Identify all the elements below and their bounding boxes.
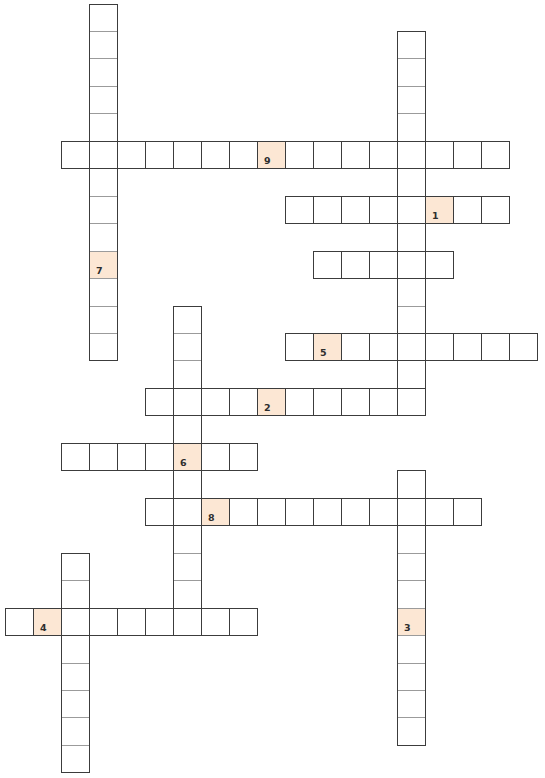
- clue-number-label: 1: [432, 211, 439, 221]
- grid-cell[interactable]: [145, 141, 174, 169]
- grid-cell[interactable]: [173, 608, 202, 636]
- grid-cell[interactable]: [397, 717, 426, 746]
- grid-cell[interactable]: [5, 608, 34, 636]
- grid-cell[interactable]: [173, 415, 202, 444]
- grid-cell[interactable]: [425, 333, 454, 361]
- grid-cell[interactable]: [313, 388, 342, 416]
- numbered-cell[interactable]: 3: [397, 608, 426, 636]
- grid-cell[interactable]: [313, 251, 342, 279]
- grid-cell[interactable]: [425, 141, 454, 169]
- grid-cell[interactable]: [285, 388, 314, 416]
- grid-cell[interactable]: [341, 141, 370, 169]
- clue-number-label: 7: [96, 266, 103, 276]
- grid-cell[interactable]: [173, 141, 202, 169]
- grid-cell[interactable]: [369, 251, 398, 279]
- grid-cell[interactable]: [173, 388, 202, 416]
- grid-cell[interactable]: [61, 745, 90, 773]
- grid-cell[interactable]: [397, 251, 426, 279]
- grid-cell[interactable]: [61, 141, 90, 169]
- grid-cell[interactable]: [173, 333, 202, 361]
- grid-cell[interactable]: [397, 306, 426, 334]
- grid-cell[interactable]: [397, 360, 426, 389]
- grid-cell[interactable]: [89, 168, 118, 197]
- numbered-cell[interactable]: 6: [173, 443, 202, 471]
- clue-number-label: 5: [320, 348, 327, 358]
- grid-cell[interactable]: [425, 251, 454, 279]
- grid-cell[interactable]: [89, 113, 118, 142]
- grid-cell[interactable]: [145, 388, 174, 416]
- grid-cell[interactable]: [61, 717, 90, 746]
- grid-cell[interactable]: [89, 306, 118, 334]
- grid-cell[interactable]: [397, 58, 426, 87]
- clue-number-label: 2: [264, 403, 271, 413]
- grid-cell[interactable]: [453, 333, 482, 361]
- grid-cell[interactable]: [117, 141, 146, 169]
- grid-cell[interactable]: [341, 196, 370, 224]
- grid-cell[interactable]: [89, 4, 118, 32]
- crossword-board: 917526843: [0, 0, 545, 778]
- grid-cell[interactable]: [285, 333, 314, 361]
- grid-cell[interactable]: [201, 608, 230, 636]
- grid-cell[interactable]: [61, 690, 90, 718]
- grid-cell[interactable]: [313, 498, 342, 526]
- grid-cell[interactable]: [397, 470, 426, 499]
- grid-cell[interactable]: [173, 470, 202, 499]
- grid-cell[interactable]: [397, 223, 426, 252]
- grid-cell[interactable]: [369, 333, 398, 361]
- grid-cell[interactable]: [481, 333, 510, 361]
- grid-cell[interactable]: [145, 498, 174, 526]
- grid-cell[interactable]: [313, 141, 342, 169]
- grid-cell[interactable]: [397, 141, 426, 169]
- grid-cell[interactable]: [229, 608, 258, 636]
- grid-cell[interactable]: [145, 443, 174, 471]
- grid-cell[interactable]: [397, 196, 426, 224]
- grid-cell[interactable]: [89, 196, 118, 224]
- grid-cell[interactable]: [397, 525, 426, 554]
- grid-cell[interactable]: [89, 58, 118, 87]
- grid-cell[interactable]: [397, 663, 426, 691]
- numbered-cell[interactable]: 8: [201, 498, 230, 526]
- grid-cell[interactable]: [173, 306, 202, 334]
- grid-cell[interactable]: [61, 608, 90, 636]
- grid-cell[interactable]: [397, 113, 426, 142]
- grid-cell[interactable]: [397, 498, 426, 526]
- grid-cell[interactable]: [369, 498, 398, 526]
- grid-cell[interactable]: [509, 333, 538, 361]
- grid-cell[interactable]: [369, 388, 398, 416]
- grid-cell[interactable]: [61, 553, 90, 581]
- grid-cell[interactable]: [117, 443, 146, 471]
- grid-cell[interactable]: [173, 498, 202, 526]
- grid-cell[interactable]: [201, 388, 230, 416]
- grid-cell[interactable]: [341, 388, 370, 416]
- grid-cell[interactable]: [397, 278, 426, 307]
- grid-cell[interactable]: [61, 663, 90, 691]
- grid-cell[interactable]: [89, 278, 118, 307]
- grid-cell[interactable]: [397, 690, 426, 718]
- grid-cell[interactable]: [341, 251, 370, 279]
- grid-cell[interactable]: [61, 443, 90, 471]
- grid-cell[interactable]: [229, 141, 258, 169]
- grid-cell[interactable]: [397, 635, 426, 664]
- grid-cell[interactable]: [89, 31, 118, 59]
- grid-cell[interactable]: [201, 443, 230, 471]
- grid-cell[interactable]: [173, 525, 202, 554]
- clue-number-label: 8: [208, 513, 215, 523]
- grid-cell[interactable]: [89, 86, 118, 114]
- numbered-cell[interactable]: 4: [33, 608, 62, 636]
- clue-number-label: 9: [264, 156, 271, 166]
- grid-cell[interactable]: [397, 86, 426, 114]
- grid-cell[interactable]: [229, 388, 258, 416]
- grid-cell[interactable]: [201, 141, 230, 169]
- grid-cell[interactable]: [89, 333, 118, 361]
- grid-cell[interactable]: [173, 580, 202, 609]
- grid-cell[interactable]: [89, 608, 118, 636]
- grid-cell[interactable]: [313, 196, 342, 224]
- numbered-cell[interactable]: 1: [425, 196, 454, 224]
- grid-cell[interactable]: [453, 196, 482, 224]
- grid-cell[interactable]: [397, 580, 426, 609]
- grid-cell[interactable]: [89, 443, 118, 471]
- grid-cell[interactable]: [89, 223, 118, 252]
- grid-cell[interactable]: [397, 553, 426, 581]
- grid-cell[interactable]: [453, 498, 482, 526]
- grid-cell[interactable]: [145, 608, 174, 636]
- grid-cell[interactable]: [341, 498, 370, 526]
- clue-number-label: 3: [404, 623, 411, 633]
- grid-cell[interactable]: [285, 196, 314, 224]
- grid-cell[interactable]: [173, 553, 202, 581]
- grid-cell[interactable]: [61, 635, 90, 664]
- clue-number-label: 4: [40, 623, 47, 633]
- grid-cell[interactable]: [173, 360, 202, 389]
- grid-cell[interactable]: [397, 333, 426, 361]
- grid-cell[interactable]: [369, 141, 398, 169]
- grid-cell[interactable]: [89, 141, 118, 169]
- numbered-cell[interactable]: 9: [257, 141, 286, 169]
- grid-cell[interactable]: [341, 333, 370, 361]
- grid-cell[interactable]: [285, 498, 314, 526]
- grid-cell[interactable]: [229, 498, 258, 526]
- grid-cell[interactable]: [453, 141, 482, 169]
- grid-cell[interactable]: [425, 498, 454, 526]
- grid-cell[interactable]: [369, 196, 398, 224]
- grid-cell[interactable]: [229, 443, 258, 471]
- grid-cell[interactable]: [397, 31, 426, 59]
- grid-cell[interactable]: [285, 141, 314, 169]
- clue-number-label: 6: [180, 458, 187, 468]
- grid-cell[interactable]: [481, 196, 510, 224]
- grid-cell[interactable]: [117, 608, 146, 636]
- grid-cell[interactable]: [397, 168, 426, 197]
- grid-cell[interactable]: [397, 388, 426, 416]
- numbered-cell[interactable]: 5: [313, 333, 342, 361]
- numbered-cell[interactable]: 2: [257, 388, 286, 416]
- numbered-cell[interactable]: 7: [89, 251, 118, 279]
- grid-cell[interactable]: [61, 580, 90, 609]
- grid-cell[interactable]: [257, 498, 286, 526]
- grid-cell[interactable]: [481, 141, 510, 169]
